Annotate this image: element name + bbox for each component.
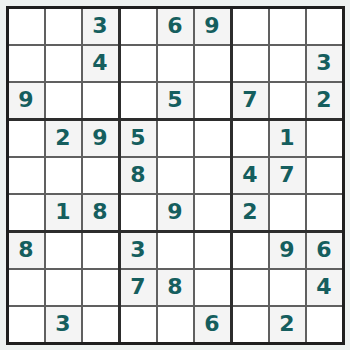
cell-r9c1[interactable] bbox=[9, 307, 44, 342]
cell-r3c1: 9 bbox=[9, 83, 44, 118]
cell-r1c9[interactable] bbox=[307, 9, 342, 44]
given-digit: 7 bbox=[130, 276, 145, 298]
cell-r9c4[interactable] bbox=[121, 307, 156, 342]
cell-r4c8: 1 bbox=[270, 121, 305, 156]
cell-r3c4[interactable] bbox=[121, 83, 156, 118]
given-digit: 2 bbox=[242, 201, 257, 223]
cell-r9c8: 2 bbox=[270, 307, 305, 342]
page: 349695372291858914728337869642 bbox=[0, 0, 350, 350]
sudoku-box-8: 3786 bbox=[121, 233, 230, 342]
cell-r5c7: 4 bbox=[233, 158, 268, 193]
given-digit: 9 bbox=[204, 15, 219, 37]
cell-r4c9[interactable] bbox=[307, 121, 342, 156]
cell-r8c4: 7 bbox=[121, 270, 156, 305]
cell-r5c2[interactable] bbox=[46, 158, 81, 193]
sudoku-box-1: 349 bbox=[9, 9, 118, 118]
cell-r2c1[interactable] bbox=[9, 46, 44, 81]
cell-r2c7[interactable] bbox=[233, 46, 268, 81]
cell-r1c3: 3 bbox=[83, 9, 118, 44]
cell-r2c5[interactable] bbox=[158, 46, 193, 81]
cell-r5c3[interactable] bbox=[83, 158, 118, 193]
sudoku-board: 349695372291858914728337869642 bbox=[6, 6, 345, 345]
sudoku-box-4: 2918 bbox=[9, 121, 118, 230]
given-digit: 4 bbox=[92, 52, 107, 74]
given-digit: 8 bbox=[167, 276, 182, 298]
cell-r1c7[interactable] bbox=[233, 9, 268, 44]
given-digit: 8 bbox=[130, 164, 145, 186]
given-digit: 3 bbox=[316, 52, 331, 74]
cell-r7c9: 6 bbox=[307, 233, 342, 268]
sudoku-box-5: 589 bbox=[121, 121, 230, 230]
cell-r9c7[interactable] bbox=[233, 307, 268, 342]
cell-r3c3[interactable] bbox=[83, 83, 118, 118]
cell-r6c4[interactable] bbox=[121, 195, 156, 230]
cell-r6c9[interactable] bbox=[307, 195, 342, 230]
given-digit: 5 bbox=[167, 89, 182, 111]
cell-r7c7[interactable] bbox=[233, 233, 268, 268]
given-digit: 8 bbox=[92, 201, 107, 223]
sudoku-box-7: 83 bbox=[9, 233, 118, 342]
cell-r9c9[interactable] bbox=[307, 307, 342, 342]
cell-r3c5: 5 bbox=[158, 83, 193, 118]
sudoku-box-9: 9642 bbox=[233, 233, 342, 342]
given-digit: 8 bbox=[18, 239, 33, 261]
cell-r9c6: 6 bbox=[195, 307, 230, 342]
given-digit: 9 bbox=[92, 127, 107, 149]
given-digit: 4 bbox=[316, 276, 331, 298]
cell-r8c8[interactable] bbox=[270, 270, 305, 305]
given-digit: 6 bbox=[316, 239, 331, 261]
cell-r5c4: 8 bbox=[121, 158, 156, 193]
sudoku-box-3: 372 bbox=[233, 9, 342, 118]
sudoku-box-2: 695 bbox=[121, 9, 230, 118]
given-digit: 7 bbox=[279, 164, 294, 186]
cell-r2c4[interactable] bbox=[121, 46, 156, 81]
cell-r1c1[interactable] bbox=[9, 9, 44, 44]
cell-r4c5[interactable] bbox=[158, 121, 193, 156]
given-digit: 2 bbox=[316, 89, 331, 111]
given-digit: 2 bbox=[55, 127, 70, 149]
cell-r5c5[interactable] bbox=[158, 158, 193, 193]
cell-r2c3: 4 bbox=[83, 46, 118, 81]
cell-r3c6[interactable] bbox=[195, 83, 230, 118]
given-digit: 1 bbox=[55, 201, 70, 223]
cell-r6c5: 9 bbox=[158, 195, 193, 230]
given-digit: 6 bbox=[167, 15, 182, 37]
cell-r6c1[interactable] bbox=[9, 195, 44, 230]
cell-r4c2: 2 bbox=[46, 121, 81, 156]
cell-r1c4[interactable] bbox=[121, 9, 156, 44]
cell-r5c1[interactable] bbox=[9, 158, 44, 193]
cell-r7c2[interactable] bbox=[46, 233, 81, 268]
given-digit: 6 bbox=[204, 313, 219, 335]
cell-r3c9: 2 bbox=[307, 83, 342, 118]
given-digit: 5 bbox=[130, 127, 145, 149]
cell-r2c6[interactable] bbox=[195, 46, 230, 81]
cell-r8c2[interactable] bbox=[46, 270, 81, 305]
given-digit: 9 bbox=[279, 239, 294, 261]
cell-r7c5[interactable] bbox=[158, 233, 193, 268]
given-digit: 2 bbox=[279, 313, 294, 335]
sudoku-box-6: 1472 bbox=[233, 121, 342, 230]
cell-r2c2[interactable] bbox=[46, 46, 81, 81]
cell-r4c1[interactable] bbox=[9, 121, 44, 156]
given-digit: 9 bbox=[18, 89, 33, 111]
cell-r8c7[interactable] bbox=[233, 270, 268, 305]
given-digit: 3 bbox=[92, 15, 107, 37]
cell-r7c1: 8 bbox=[9, 233, 44, 268]
cell-r7c8: 9 bbox=[270, 233, 305, 268]
cell-r5c6[interactable] bbox=[195, 158, 230, 193]
cell-r6c7: 2 bbox=[233, 195, 268, 230]
cell-r1c8[interactable] bbox=[270, 9, 305, 44]
cell-r8c5: 8 bbox=[158, 270, 193, 305]
cell-r7c6[interactable] bbox=[195, 233, 230, 268]
given-digit: 7 bbox=[242, 89, 257, 111]
cell-r8c9: 4 bbox=[307, 270, 342, 305]
cell-r3c2[interactable] bbox=[46, 83, 81, 118]
given-digit: 9 bbox=[167, 201, 182, 223]
cell-r4c4: 5 bbox=[121, 121, 156, 156]
cell-r9c2: 3 bbox=[46, 307, 81, 342]
cell-r3c8[interactable] bbox=[270, 83, 305, 118]
cell-r6c2: 1 bbox=[46, 195, 81, 230]
cell-r3c7: 7 bbox=[233, 83, 268, 118]
given-digit: 3 bbox=[130, 239, 145, 261]
given-digit: 3 bbox=[55, 313, 70, 335]
cell-r6c8[interactable] bbox=[270, 195, 305, 230]
cell-r8c6[interactable] bbox=[195, 270, 230, 305]
given-digit: 1 bbox=[279, 127, 294, 149]
cell-r5c9[interactable] bbox=[307, 158, 342, 193]
cell-r2c9: 3 bbox=[307, 46, 342, 81]
given-digit: 4 bbox=[242, 164, 257, 186]
cell-r7c4: 3 bbox=[121, 233, 156, 268]
cell-r4c3: 9 bbox=[83, 121, 118, 156]
cell-r8c1[interactable] bbox=[9, 270, 44, 305]
cell-r1c2[interactable] bbox=[46, 9, 81, 44]
cell-r4c6[interactable] bbox=[195, 121, 230, 156]
cell-r9c3[interactable] bbox=[83, 307, 118, 342]
cell-r4c7[interactable] bbox=[233, 121, 268, 156]
cell-r6c6[interactable] bbox=[195, 195, 230, 230]
cell-r2c8[interactable] bbox=[270, 46, 305, 81]
cell-r1c5: 6 bbox=[158, 9, 193, 44]
cell-r1c6: 9 bbox=[195, 9, 230, 44]
cell-r9c5[interactable] bbox=[158, 307, 193, 342]
cell-r8c3[interactable] bbox=[83, 270, 118, 305]
cell-r6c3: 8 bbox=[83, 195, 118, 230]
cell-r5c8: 7 bbox=[270, 158, 305, 193]
cell-r7c3[interactable] bbox=[83, 233, 118, 268]
